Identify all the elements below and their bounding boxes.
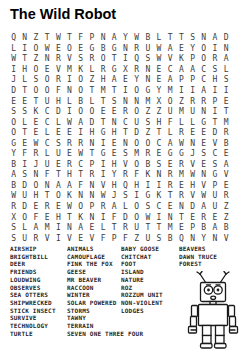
grid-cell: R <box>120 223 131 234</box>
grid-cell: T <box>142 223 153 234</box>
grid-cell: T <box>165 191 176 202</box>
grid-cell: E <box>19 138 30 149</box>
grid-cell: E <box>176 223 187 234</box>
grid-cell: N <box>98 33 109 44</box>
grid-cell: R <box>165 181 176 192</box>
word-search-grid: QNZTWTFPNAYWBLTTSNADLIOWEOEGBGNRUWAEYOIN… <box>8 33 232 244</box>
grid-cell: N <box>109 117 120 128</box>
grid-cell: A <box>221 54 232 65</box>
grid-cell: V <box>187 160 198 171</box>
grid-cell: H <box>53 212 64 223</box>
word-item: SEVEN ONE THREE FOUR <box>67 330 143 338</box>
grid-cell: P <box>187 54 198 65</box>
grid-cell: U <box>209 191 220 202</box>
grid-cell: L <box>98 223 109 234</box>
grid-cell: E <box>176 44 187 55</box>
word-item: ISLAND <box>121 268 163 276</box>
grid-cell: O <box>131 138 142 149</box>
grid-cell: W <box>153 44 164 55</box>
robot-leg-right <box>215 326 227 349</box>
grid-cell: B <box>221 138 232 149</box>
grid-cell: Z <box>221 202 232 213</box>
grid-cell: O <box>53 191 64 202</box>
grid-cell: O <box>86 107 97 118</box>
grid-cell: N <box>131 96 142 107</box>
grid-cell: I <box>209 107 220 118</box>
grid-cell: Z <box>131 233 142 244</box>
grid-cell: A <box>75 223 86 234</box>
grid-cell: O <box>142 138 153 149</box>
grid-cell: V <box>209 138 220 149</box>
grid-cell: Z <box>142 128 153 139</box>
grid-cell: K <box>75 212 86 223</box>
grid-cell: A <box>165 75 176 86</box>
grid-cell: C <box>165 65 176 76</box>
grid-cell: E <box>198 128 209 139</box>
grid-cell: E <box>109 149 120 160</box>
word-list-column: BABY GOOSECHITCHATFOOTISLANDNATUREROZROZ… <box>121 245 163 314</box>
grid-cell: C <box>75 160 86 171</box>
word-item: ROZZUM UNIT <box>121 291 163 299</box>
grid-cell: I <box>75 128 86 139</box>
grid-cell: O <box>131 202 142 213</box>
grid-cell: Y <box>187 44 198 55</box>
grid-cell: N <box>120 96 131 107</box>
grid-cell: N <box>198 107 209 118</box>
robot-arm-right <box>229 306 238 334</box>
robot-antenna-left <box>197 272 206 284</box>
grid-cell: C <box>198 75 209 86</box>
grid-cell: N <box>86 138 97 149</box>
grid-cell: G <box>98 128 109 139</box>
grid-cell: L <box>86 65 97 76</box>
grid-cell: R <box>221 128 232 139</box>
grid-cell: A <box>209 223 220 234</box>
grid-cell: N <box>86 212 97 223</box>
grid-cell: S <box>209 65 220 76</box>
robot-body <box>199 305 228 326</box>
word-item: ROZ <box>121 284 163 292</box>
grid-cell: R <box>165 170 176 181</box>
grid-cell: G <box>142 191 153 202</box>
grid-cell: R <box>198 212 209 223</box>
grid-cell: E <box>30 117 41 128</box>
word-item: SHIPWRECKED <box>10 299 56 307</box>
grid-cell: P <box>187 75 198 86</box>
grid-cell: H <box>64 170 75 181</box>
grid-cell: S <box>120 149 131 160</box>
grid-cell: R <box>221 191 232 202</box>
grid-cell: R <box>86 54 97 65</box>
grid-cell: O <box>131 212 142 223</box>
grid-cell: L <box>42 149 53 160</box>
grid-cell: O <box>198 54 209 65</box>
grid-cell: G <box>209 170 220 181</box>
grid-cell: A <box>209 33 220 44</box>
grid-cell: N <box>187 233 198 244</box>
grid-cell: Z <box>142 107 153 118</box>
grid-cell: K <box>176 54 187 65</box>
grid-cell: U <box>131 223 142 234</box>
grid-cell: E <box>53 202 64 213</box>
grid-cell: E <box>187 128 198 139</box>
grid-cell: E <box>64 128 75 139</box>
grid-cell: U <box>142 233 153 244</box>
grid-cell: H <box>109 160 120 171</box>
grid-cell: O <box>42 75 53 86</box>
grid-cell: T <box>98 96 109 107</box>
grid-cell: S <box>30 75 41 86</box>
grid-cell: D <box>209 128 220 139</box>
grid-cell: M <box>221 117 232 128</box>
grid-cell: N <box>153 170 164 181</box>
grid-cell: H <box>109 181 120 192</box>
word-item: BRIGHTBILL <box>10 253 56 261</box>
grid-cell: F <box>109 212 120 223</box>
grid-cell: A <box>109 202 120 213</box>
grid-cell: R <box>176 128 187 139</box>
grid-cell: T <box>176 33 187 44</box>
grid-cell: A <box>109 75 120 86</box>
grid-cell: S <box>8 107 19 118</box>
grid-cell: N <box>19 33 30 44</box>
grid-cell: S <box>8 233 19 244</box>
grid-cell: Y <box>109 170 120 181</box>
grid-cell: R <box>75 138 86 149</box>
grid-cell: T <box>109 54 120 65</box>
grid-cell: I <box>153 181 164 192</box>
grid-cell: H <box>187 181 198 192</box>
grid-cell: S <box>153 160 164 171</box>
grid-cell: C <box>209 149 220 160</box>
grid-cell: L <box>53 117 64 128</box>
word-item: DAWN TRUCE <box>179 253 217 261</box>
grid-cell: T <box>19 54 30 65</box>
grid-cell: F <box>53 86 64 97</box>
grid-cell: G <box>98 149 109 160</box>
grid-cell: V <box>198 181 209 192</box>
grid-cell: I <box>64 107 75 118</box>
grid-cell: M <box>98 86 109 97</box>
grid-cell: O <box>131 160 142 171</box>
grid-cell: R <box>120 170 131 181</box>
grid-cell: D <box>131 128 142 139</box>
grid-cell: F <box>98 233 109 244</box>
grid-cell: O <box>75 107 86 118</box>
word-item: TECHNOLOGY <box>10 322 56 330</box>
grid-cell: X <box>120 65 131 76</box>
grid-cell: R <box>53 54 64 65</box>
grid-cell: E <box>221 149 232 160</box>
grid-cell: O <box>165 96 176 107</box>
grid-cell: R <box>198 96 209 107</box>
grid-cell: N <box>64 223 75 234</box>
grid-cell: A <box>53 181 64 192</box>
grid-cell: O <box>131 86 142 97</box>
grid-cell: O <box>30 65 41 76</box>
grid-cell: D <box>8 86 19 97</box>
grid-cell: B <box>98 44 109 55</box>
grid-cell: C <box>153 138 164 149</box>
grid-cell: E <box>187 212 198 223</box>
grid-cell: B <box>75 96 86 107</box>
grid-cell: K <box>153 191 164 202</box>
grid-cell: W <box>8 191 19 202</box>
grid-cell: I <box>19 160 30 171</box>
grid-cell: S <box>19 170 30 181</box>
grid-cell: E <box>8 96 19 107</box>
grid-cell: T <box>19 128 30 139</box>
puzzle-title: The Wild Robot <box>10 6 116 22</box>
grid-cell: V <box>221 233 232 244</box>
grid-cell: S <box>142 202 153 213</box>
grid-cell: O <box>30 181 41 192</box>
grid-cell: O <box>75 75 86 86</box>
grid-cell: W <box>64 202 75 213</box>
grid-cell: L <box>64 96 75 107</box>
grid-cell: U <box>165 107 176 118</box>
robot-arm-left <box>189 306 198 334</box>
grid-cell: O <box>30 86 41 97</box>
grid-cell: V <box>64 54 75 65</box>
grid-cell: O <box>8 117 19 128</box>
grid-cell: A <box>221 160 232 171</box>
grid-cell: C <box>42 138 53 149</box>
grid-cell: G <box>86 44 97 55</box>
grid-cell: A <box>75 117 86 128</box>
grid-cell: E <box>176 181 187 192</box>
grid-cell: B <box>8 160 19 171</box>
grid-cell: N <box>86 191 97 202</box>
grid-cell: I <box>209 86 220 97</box>
grid-cell: F <box>42 170 53 181</box>
grid-cell: L <box>86 96 97 107</box>
grid-cell: I <box>120 86 131 97</box>
grid-cell: S <box>198 149 209 160</box>
grid-cell: S <box>19 107 30 118</box>
robot-antenna-right <box>220 272 229 284</box>
grid-cell: E <box>165 202 176 213</box>
grid-cell: M <box>131 149 142 160</box>
word-item: FRIENDS <box>10 268 56 276</box>
grid-cell: L <box>187 117 198 128</box>
worksheet: The Wild Robot QNZTWTFPNAYWBLTTSNADLIOWE… <box>0 0 247 350</box>
grid-cell: U <box>42 96 53 107</box>
word-list-column: AIRSHIPBRIGHTBILLDEERFRIENDSLOUDWINGOBSE… <box>10 245 56 337</box>
word-item: TURTLE <box>10 330 56 338</box>
grid-cell: U <box>19 191 30 202</box>
grid-cell: A <box>109 33 120 44</box>
grid-cell: W <box>198 191 209 202</box>
grid-cell: B <box>142 33 153 44</box>
grid-cell: O <box>75 86 86 97</box>
grid-cell: T <box>75 170 86 181</box>
grid-cell: N <box>75 191 86 202</box>
grid-cell: H <box>30 191 41 202</box>
grid-cell: E <box>19 96 30 107</box>
grid-cell: R <box>176 160 187 171</box>
grid-cell: R <box>142 149 153 160</box>
grid-cell: N <box>142 75 153 86</box>
grid-cell: Y <box>8 149 19 160</box>
grid-cell: E <box>98 107 109 118</box>
grid-cell: P <box>209 181 220 192</box>
grid-cell: O <box>42 86 53 97</box>
grid-cell: W <box>75 149 86 160</box>
grid-cell: E <box>30 128 41 139</box>
grid-cell: R <box>64 138 75 149</box>
grid-cell: W <box>153 54 164 65</box>
grid-cell: S <box>187 33 198 44</box>
grid-cell: W <box>42 44 53 55</box>
grid-cell: B <box>142 160 153 171</box>
grid-cell: E <box>198 138 209 149</box>
grid-cell: R <box>176 191 187 202</box>
grid-cell: J <box>109 191 120 202</box>
grid-cell: N <box>86 181 97 192</box>
grid-cell: M <box>165 86 176 97</box>
grid-cell: S <box>8 223 19 234</box>
grid-cell: E <box>153 75 164 86</box>
grid-cell: O <box>98 54 109 65</box>
grid-cell: V <box>98 181 109 192</box>
grid-cell: T <box>221 107 232 118</box>
grid-cell: W <box>98 191 109 202</box>
word-list-column: BEAVERSDAWN TRUCEFOREST <box>179 245 217 268</box>
grid-cell: G <box>142 86 153 97</box>
grid-cell: Q <box>176 233 187 244</box>
grid-cell: D <box>86 117 97 128</box>
grid-cell: T <box>165 33 176 44</box>
grid-cell: N <box>176 202 187 213</box>
grid-cell: I <box>98 212 109 223</box>
grid-cell: T <box>53 170 64 181</box>
grid-cell: W <box>53 33 64 44</box>
grid-cell: I <box>98 170 109 181</box>
grid-cell: S <box>53 138 64 149</box>
grid-cell: S <box>120 191 131 202</box>
grid-cell: T <box>153 223 164 234</box>
grid-cell: V <box>165 54 176 65</box>
grid-cell: E <box>221 181 232 192</box>
grid-cell: R <box>98 202 109 213</box>
grid-cell: R <box>120 107 131 118</box>
grid-cell: G <box>165 149 176 160</box>
grid-cell: T <box>64 212 75 223</box>
word-item: SURVIVE <box>10 314 56 322</box>
grid-cell: N <box>42 54 53 65</box>
grid-cell: W <box>176 138 187 149</box>
grid-cell: A <box>165 138 176 149</box>
grid-cell: E <box>109 138 120 149</box>
grid-cell: T <box>176 212 187 223</box>
grid-cell: E <box>42 212 53 223</box>
word-item: NATURE <box>121 276 163 284</box>
grid-cell: M <box>176 107 187 118</box>
grid-cell: L <box>19 223 30 234</box>
grid-cell: F <box>75 181 86 192</box>
grid-cell: U <box>187 107 198 118</box>
robot-mouth <box>211 296 216 299</box>
grid-cell: F <box>165 117 176 128</box>
word-item: BEAVERS <box>179 245 217 253</box>
grid-cell: L <box>221 65 232 76</box>
grid-cell: Z <box>176 96 187 107</box>
grid-cell: R <box>8 202 19 213</box>
grid-cell: Q <box>131 54 142 65</box>
grid-cell: V <box>42 233 53 244</box>
grid-cell: M <box>165 223 176 234</box>
grid-cell: R <box>64 160 75 171</box>
grid-cell: O <box>198 44 209 55</box>
grid-cell: W <box>64 117 75 128</box>
grid-cell: R <box>86 170 97 181</box>
grid-cell: N <box>120 44 131 55</box>
grid-cell: E <box>86 223 97 234</box>
robot-leg-left <box>201 326 213 349</box>
grid-cell: A <box>30 223 41 234</box>
grid-cell: N <box>64 86 75 97</box>
grid-cell: O <box>8 128 19 139</box>
grid-cell: T <box>19 86 30 97</box>
grid-cell: T <box>98 117 109 128</box>
grid-cell: I <box>176 86 187 97</box>
grid-cell: T <box>86 86 97 97</box>
grid-cell: G <box>109 44 120 55</box>
grid-cell: K <box>64 191 75 202</box>
grid-cell: I <box>120 54 131 65</box>
grid-cell: U <box>131 117 142 128</box>
robot-icon <box>183 271 245 349</box>
word-item: SEA OTTERS <box>10 291 56 299</box>
grid-cell: C <box>198 65 209 76</box>
grid-cell: Y <box>153 86 164 97</box>
grid-cell: H <box>98 75 109 86</box>
grid-cell: P <box>176 75 187 86</box>
grid-cell: N <box>42 181 53 192</box>
grid-cell: V <box>64 233 75 244</box>
grid-cell: J <box>30 160 41 171</box>
grid-cell: N <box>142 65 153 76</box>
grid-cell: P <box>86 160 97 171</box>
grid-cell: I <box>209 44 220 55</box>
grid-cell: I <box>64 75 75 86</box>
grid-cell: T <box>86 149 97 160</box>
grid-cell: E <box>53 160 64 171</box>
grid-cell: I <box>98 138 109 149</box>
grid-cell: P <box>86 202 97 213</box>
grid-cell: K <box>30 107 41 118</box>
grid-cell: E <box>198 160 209 171</box>
grid-cell: W <box>142 212 153 223</box>
word-item: BABY GOOSE <box>121 245 163 253</box>
grid-cell: L <box>176 117 187 128</box>
grid-cell: A <box>64 181 75 192</box>
grid-cell: A <box>165 44 176 55</box>
grid-cell: H <box>86 128 97 139</box>
grid-cell: T <box>153 128 164 139</box>
grid-cell: I <box>53 233 64 244</box>
grid-cell: T <box>30 96 41 107</box>
grid-cell: Q <box>120 181 131 192</box>
grid-cell: U <box>42 160 53 171</box>
grid-cell: N <box>221 44 232 55</box>
grid-cell: E <box>109 107 120 118</box>
word-item: AIRSHIP <box>10 245 56 253</box>
grid-cell: N <box>30 170 41 181</box>
grid-cell: U <box>19 233 30 244</box>
grid-cell: O <box>75 202 86 213</box>
